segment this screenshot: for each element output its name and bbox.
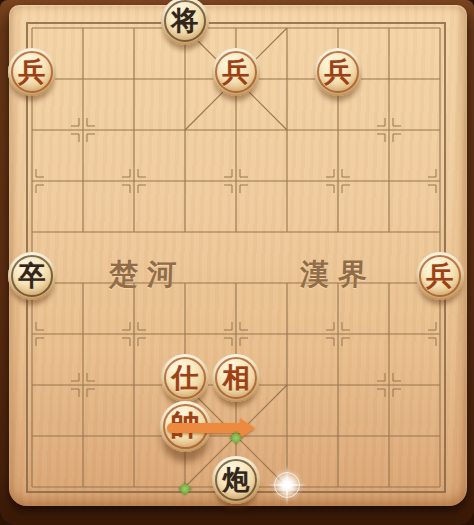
sparkle-ray-horizontal — [267, 484, 307, 486]
move-target-marker[interactable] — [230, 432, 243, 445]
capture-sparkle-effect — [269, 467, 305, 503]
sparkle-glow — [269, 467, 305, 503]
sparkle-ray-vertical — [286, 465, 288, 505]
move-target-marker[interactable] — [179, 483, 192, 496]
effects-layer — [0, 0, 474, 525]
sparkle-ring — [274, 472, 300, 498]
xiangqi-app: 楚河 漢界 将兵兵兵卒兵仕相帥炮 — [0, 0, 474, 525]
